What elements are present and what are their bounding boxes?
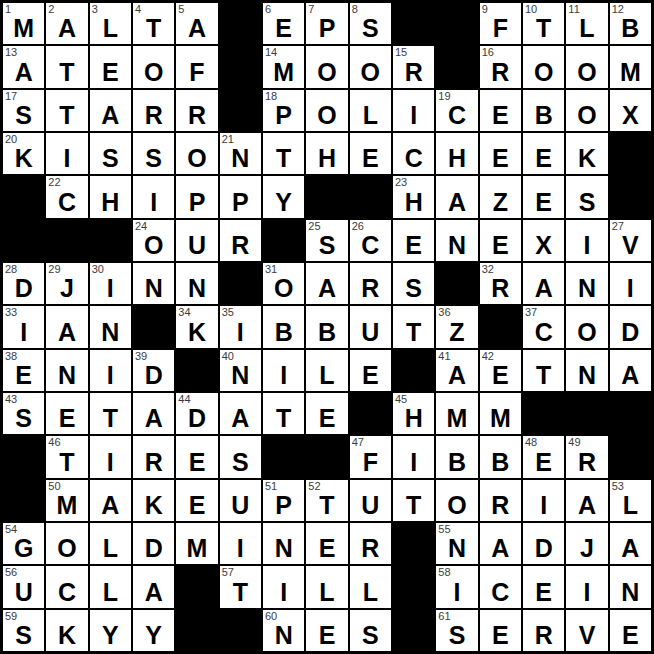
cell-letter: E: [405, 233, 422, 261]
cell-r9c9[interactable]: E: [350, 350, 391, 391]
cell-r14c15[interactable]: N: [610, 566, 651, 607]
cell-r11c2[interactable]: 46T: [46, 436, 87, 477]
cell-r10c12[interactable]: M: [480, 393, 521, 434]
clue-number: 14: [265, 46, 277, 58]
cell-letter: T: [59, 60, 74, 88]
cell-r4c11[interactable]: H: [436, 133, 477, 174]
cell-r9c7[interactable]: I: [263, 350, 304, 391]
cell-letter: C: [58, 190, 76, 218]
cell-r1c5[interactable]: 5A: [176, 3, 217, 44]
cell-r9c13[interactable]: T: [523, 350, 564, 391]
cell-r2c14[interactable]: O: [566, 46, 607, 87]
cell-r7c15[interactable]: I: [610, 263, 651, 304]
cell-r9c12[interactable]: 42E: [480, 350, 521, 391]
block-r15c10: [393, 610, 434, 651]
cell-r7c8[interactable]: A: [306, 263, 347, 304]
cell-r7c4[interactable]: N: [133, 263, 174, 304]
cell-r7c9[interactable]: R: [350, 263, 391, 304]
block-r11c8: [306, 436, 347, 477]
cell-r12c14[interactable]: A: [566, 480, 607, 521]
cell-r12c13[interactable]: I: [523, 480, 564, 521]
cell-r11c11[interactable]: B: [436, 436, 477, 477]
cell-r13c1[interactable]: 54G: [3, 523, 44, 564]
cell-r2c13[interactable]: O: [523, 46, 564, 87]
cell-r14c9[interactable]: L: [350, 566, 391, 607]
cell-letter: B: [318, 320, 336, 348]
cell-r7c10[interactable]: S: [393, 263, 434, 304]
cell-r8c8[interactable]: B: [306, 306, 347, 347]
cell-r6c12[interactable]: E: [480, 220, 521, 261]
cell-r12c2[interactable]: 50M: [46, 480, 87, 521]
clue-number: 3: [92, 3, 98, 15]
cell-r4c8[interactable]: H: [306, 133, 347, 174]
cell-r14c8[interactable]: L: [306, 566, 347, 607]
clue-number: 29: [48, 263, 60, 275]
cell-letter: E: [319, 406, 336, 434]
cell-r6c15[interactable]: 27V: [610, 220, 651, 261]
cell-r12c3[interactable]: A: [90, 480, 131, 521]
cell-r14c14[interactable]: I: [566, 566, 607, 607]
clue-number: 37: [525, 306, 537, 318]
cell-r2c3[interactable]: E: [90, 46, 131, 87]
cell-r12c7[interactable]: 51P: [263, 480, 304, 521]
cell-r2c7[interactable]: 14M: [263, 46, 304, 87]
cell-r9c4[interactable]: 39D: [133, 350, 174, 391]
cell-r13c5[interactable]: M: [176, 523, 217, 564]
cell-r6c5[interactable]: U: [176, 220, 217, 261]
cell-r4c7[interactable]: T: [263, 133, 304, 174]
cell-r3c14[interactable]: O: [566, 90, 607, 131]
cell-r9c8[interactable]: L: [306, 350, 347, 391]
cell-r8c15[interactable]: D: [610, 306, 651, 347]
cell-r7c14[interactable]: N: [566, 263, 607, 304]
cell-r13c3[interactable]: L: [90, 523, 131, 564]
clue-number: 13: [5, 46, 17, 58]
block-r6c1: [3, 220, 44, 261]
cell-r11c3[interactable]: I: [90, 436, 131, 477]
cell-r2c15[interactable]: M: [610, 46, 651, 87]
cell-r7c7[interactable]: 31O: [263, 263, 304, 304]
cell-r15c12[interactable]: E: [480, 610, 521, 651]
cell-r13c12[interactable]: A: [480, 523, 521, 564]
cell-r11c9[interactable]: 47F: [350, 436, 391, 477]
cell-r10c7[interactable]: T: [263, 393, 304, 434]
cell-r4c6[interactable]: 21N: [220, 133, 261, 174]
cell-r4c4[interactable]: S: [133, 133, 174, 174]
clue-number: 8: [352, 3, 358, 15]
cell-r9c6[interactable]: 40N: [220, 350, 261, 391]
cell-r13c15[interactable]: A: [610, 523, 651, 564]
cell-r12c10[interactable]: T: [393, 480, 434, 521]
cell-r3c7[interactable]: 18P: [263, 90, 304, 131]
cell-letter: M: [620, 60, 641, 88]
cell-r8c1[interactable]: 33I: [3, 306, 44, 347]
cell-letter: E: [492, 623, 509, 651]
cell-r2c10[interactable]: 15R: [393, 46, 434, 87]
cell-r10c6[interactable]: A: [220, 393, 261, 434]
cell-r6c13[interactable]: X: [523, 220, 564, 261]
cell-r8c6[interactable]: 35I: [220, 306, 261, 347]
cell-r1c9[interactable]: 8S: [350, 3, 391, 44]
cell-letter: I: [107, 450, 114, 478]
cell-letter: R: [361, 276, 379, 304]
clue-number: 5: [178, 3, 184, 15]
cell-r10c4[interactable]: A: [133, 393, 174, 434]
clue-number: 32: [482, 263, 494, 275]
cell-r4c12[interactable]: E: [480, 133, 521, 174]
cell-letter: A: [58, 16, 76, 44]
block-r10c14: [566, 393, 607, 434]
cell-r11c14[interactable]: 49R: [566, 436, 607, 477]
cell-letter: T: [233, 580, 248, 608]
cell-r11c12[interactable]: B: [480, 436, 521, 477]
cell-r4c5[interactable]: O: [176, 133, 217, 174]
clue-number: 25: [308, 220, 320, 232]
cell-r15c13[interactable]: R: [523, 610, 564, 651]
clue-number: 56: [5, 566, 17, 578]
cell-r3c3[interactable]: A: [90, 90, 131, 131]
cell-letter: O: [534, 60, 553, 88]
cell-r14c7[interactable]: I: [263, 566, 304, 607]
cell-letter: A: [621, 536, 639, 564]
cell-r1c3[interactable]: 3L: [90, 3, 131, 44]
cell-r5c11[interactable]: A: [436, 176, 477, 217]
cell-r4c10[interactable]: C: [393, 133, 434, 174]
cell-letter: A: [535, 276, 553, 304]
clue-number: 52: [308, 480, 320, 492]
cell-r4c14[interactable]: K: [566, 133, 607, 174]
block-r10c9: [350, 393, 391, 434]
cell-r10c10[interactable]: 45H: [393, 393, 434, 434]
cell-letter: N: [145, 276, 163, 304]
cell-r13c11[interactable]: 55N: [436, 523, 477, 564]
cell-letter: H: [405, 190, 423, 218]
cell-r1c1[interactable]: 1M: [3, 3, 44, 44]
block-r11c15: [610, 436, 651, 477]
cell-r3c15[interactable]: X: [610, 90, 651, 131]
cell-r8c11[interactable]: 36Z: [436, 306, 477, 347]
cell-r13c6[interactable]: I: [220, 523, 261, 564]
cell-r4c1[interactable]: 20K: [3, 133, 44, 174]
cell-r8c9[interactable]: U: [350, 306, 391, 347]
cell-r5c14[interactable]: S: [566, 176, 607, 217]
cell-letter: A: [448, 363, 466, 391]
cell-r1c15[interactable]: 12B: [610, 3, 651, 44]
cell-r11c4[interactable]: R: [133, 436, 174, 477]
cell-letter: I: [454, 580, 461, 608]
cell-letter: I: [64, 146, 71, 174]
clue-number: 26: [352, 220, 364, 232]
cell-r8c13[interactable]: 37C: [523, 306, 564, 347]
cell-letter: O: [361, 60, 380, 88]
cell-r9c2[interactable]: N: [46, 350, 87, 391]
cell-r8c14[interactable]: O: [566, 306, 607, 347]
cell-r12c5[interactable]: E: [176, 480, 217, 521]
cell-letter: M: [187, 536, 208, 564]
cell-letter: B: [491, 450, 509, 478]
cell-r12c4[interactable]: K: [133, 480, 174, 521]
cell-letter: H: [448, 146, 466, 174]
cell-r5c13[interactable]: E: [523, 176, 564, 217]
cell-letter: R: [188, 103, 206, 131]
cell-r2c9[interactable]: O: [350, 46, 391, 87]
cell-letter: M: [447, 406, 468, 434]
cell-r10c11[interactable]: M: [436, 393, 477, 434]
cell-letter: M: [57, 493, 78, 521]
cell-r13c4[interactable]: D: [133, 523, 174, 564]
cell-letter: P: [275, 493, 292, 521]
cell-r13c2[interactable]: O: [46, 523, 87, 564]
cell-r7c13[interactable]: A: [523, 263, 564, 304]
cell-r10c8[interactable]: E: [306, 393, 347, 434]
cell-r7c3[interactable]: 30I: [90, 263, 131, 304]
cell-r14c4[interactable]: A: [133, 566, 174, 607]
cell-r3c2[interactable]: T: [46, 90, 87, 131]
cell-letter: E: [102, 60, 119, 88]
cell-r15c9[interactable]: S: [350, 610, 391, 651]
cell-letter: E: [622, 623, 639, 651]
cell-r13c14[interactable]: J: [566, 523, 607, 564]
cell-r15c8[interactable]: E: [306, 610, 347, 651]
cell-letter: C: [535, 320, 553, 348]
cell-letter: D: [535, 536, 553, 564]
block-r1c6: [220, 3, 261, 44]
cell-r2c1[interactable]: 13A: [3, 46, 44, 87]
cell-letter: T: [536, 16, 551, 44]
clue-number: 9: [482, 3, 488, 15]
cell-r11c10[interactable]: I: [393, 436, 434, 477]
cell-r15c3[interactable]: Y: [90, 610, 131, 651]
cell-letter: E: [535, 146, 552, 174]
cell-letter: E: [189, 493, 206, 521]
clue-number: 47: [352, 436, 364, 448]
clue-number: 18: [265, 90, 277, 102]
cell-r9c3[interactable]: I: [90, 350, 131, 391]
cell-letter: N: [621, 580, 639, 608]
cell-r12c15[interactable]: 53L: [610, 480, 651, 521]
cell-r11c5[interactable]: E: [176, 436, 217, 477]
cell-r8c3[interactable]: N: [90, 306, 131, 347]
cell-letter: U: [361, 320, 379, 348]
cell-r3c13[interactable]: B: [523, 90, 564, 131]
cell-letter: L: [623, 493, 638, 521]
cell-r3c10[interactable]: I: [393, 90, 434, 131]
cell-r5c12[interactable]: Z: [480, 176, 521, 217]
cell-r6c11[interactable]: N: [436, 220, 477, 261]
cell-r6c6[interactable]: R: [220, 220, 261, 261]
cell-r10c1[interactable]: 43S: [3, 393, 44, 434]
cell-r5c7[interactable]: Y: [263, 176, 304, 217]
cell-letter: R: [491, 276, 509, 304]
cell-letter: T: [146, 16, 161, 44]
cell-r8c10[interactable]: T: [393, 306, 434, 347]
cell-r12c9[interactable]: U: [350, 480, 391, 521]
cell-letter: S: [405, 276, 422, 304]
cell-letter: I: [237, 320, 244, 348]
cell-r9c15[interactable]: A: [610, 350, 651, 391]
cell-letter: B: [448, 450, 466, 478]
cell-r3c1[interactable]: 17S: [3, 90, 44, 131]
cell-r11c13[interactable]: 48E: [523, 436, 564, 477]
cell-letter: E: [535, 450, 552, 478]
cell-r15c4[interactable]: Y: [133, 610, 174, 651]
cell-r2c8[interactable]: O: [306, 46, 347, 87]
cell-r12c12[interactable]: R: [480, 480, 521, 521]
cell-r3c5[interactable]: R: [176, 90, 217, 131]
cell-r10c5[interactable]: 44D: [176, 393, 217, 434]
block-r2c6: [220, 46, 261, 87]
cell-r3c11[interactable]: 19C: [436, 90, 477, 131]
cell-r2c5[interactable]: F: [176, 46, 217, 87]
cell-r4c3[interactable]: S: [90, 133, 131, 174]
cell-r14c13[interactable]: E: [523, 566, 564, 607]
cell-r2c4[interactable]: O: [133, 46, 174, 87]
cell-r7c12[interactable]: 32R: [480, 263, 521, 304]
cell-letter: C: [58, 580, 76, 608]
cell-r1c8[interactable]: 7P: [306, 3, 347, 44]
cell-r4c2[interactable]: I: [46, 133, 87, 174]
cell-letter: I: [20, 320, 27, 348]
cell-letter: D: [621, 320, 639, 348]
cell-r1c4[interactable]: 4T: [133, 3, 174, 44]
cell-r1c2[interactable]: 2A: [46, 3, 87, 44]
cell-letter: S: [15, 406, 32, 434]
cell-letter: P: [275, 103, 292, 131]
cell-letter: R: [578, 450, 596, 478]
cell-r15c2[interactable]: K: [46, 610, 87, 651]
cell-r15c7[interactable]: 60N: [263, 610, 304, 651]
cell-r14c1[interactable]: 56U: [3, 566, 44, 607]
block-r5c1: [3, 176, 44, 217]
cell-letter: O: [57, 536, 76, 564]
cell-letter: L: [363, 103, 378, 131]
block-r8c12: [480, 306, 521, 347]
cell-r6c14[interactable]: I: [566, 220, 607, 261]
cell-r8c7[interactable]: B: [263, 306, 304, 347]
cell-letter: C: [448, 103, 466, 131]
cell-r15c14[interactable]: V: [566, 610, 607, 651]
cell-letter: N: [101, 320, 119, 348]
cell-r14c3[interactable]: L: [90, 566, 131, 607]
cell-letter: I: [107, 363, 114, 391]
cell-r14c12[interactable]: C: [480, 566, 521, 607]
cell-r6c9[interactable]: 26C: [350, 220, 391, 261]
cell-r7c1[interactable]: 28D: [3, 263, 44, 304]
cell-r13c9[interactable]: R: [350, 523, 391, 564]
clue-number: 58: [438, 566, 450, 578]
block-r9c5: [176, 350, 217, 391]
cell-letter: K: [578, 146, 596, 174]
cell-r3c12[interactable]: E: [480, 90, 521, 131]
block-r10c15: [610, 393, 651, 434]
cell-r12c11[interactable]: O: [436, 480, 477, 521]
cell-r1c13[interactable]: 10T: [523, 3, 564, 44]
cell-r1c7[interactable]: 6E: [263, 3, 304, 44]
cell-letter: L: [319, 363, 334, 391]
cell-letter: E: [492, 146, 509, 174]
cell-r10c3[interactable]: T: [90, 393, 131, 434]
cell-r7c2[interactable]: 29J: [46, 263, 87, 304]
cell-r5c6[interactable]: P: [220, 176, 261, 217]
cell-letter: S: [319, 233, 336, 261]
cell-r11c6[interactable]: S: [220, 436, 261, 477]
cell-r15c1[interactable]: 59S: [3, 610, 44, 651]
cell-letter: I: [627, 276, 634, 304]
cell-r3c8[interactable]: O: [306, 90, 347, 131]
cell-r10c2[interactable]: E: [46, 393, 87, 434]
cell-letter: M: [490, 406, 511, 434]
cell-r4c9[interactable]: E: [350, 133, 391, 174]
cell-r3c9[interactable]: L: [350, 90, 391, 131]
cell-r9c1[interactable]: 38E: [3, 350, 44, 391]
cell-letter: E: [492, 103, 509, 131]
cell-letter: N: [578, 276, 596, 304]
clue-number: 22: [48, 176, 60, 188]
cell-r5c10[interactable]: 23H: [393, 176, 434, 217]
cell-r9c14[interactable]: N: [566, 350, 607, 391]
cell-letter: T: [406, 493, 421, 521]
cell-r4c13[interactable]: E: [523, 133, 564, 174]
cell-r5c2[interactable]: 22C: [46, 176, 87, 217]
clue-number: 7: [308, 3, 314, 15]
cell-r6c8[interactable]: 25S: [306, 220, 347, 261]
cell-letter: O: [274, 276, 293, 304]
cell-letter: B: [275, 320, 293, 348]
clue-number: 30: [92, 263, 104, 275]
cell-r8c2[interactable]: A: [46, 306, 87, 347]
cell-r8c5[interactable]: 34K: [176, 306, 217, 347]
cell-letter: S: [362, 623, 379, 651]
cell-r1c14[interactable]: 11L: [566, 3, 607, 44]
cell-r13c7[interactable]: N: [263, 523, 304, 564]
cell-r15c15[interactable]: E: [610, 610, 651, 651]
cell-r5c4[interactable]: I: [133, 176, 174, 217]
cell-r2c2[interactable]: T: [46, 46, 87, 87]
cell-r14c6[interactable]: 57T: [220, 566, 261, 607]
clue-number: 53: [612, 480, 624, 492]
cell-letter: I: [584, 233, 591, 261]
cell-r7c5[interactable]: N: [176, 263, 217, 304]
cell-letter: N: [231, 363, 249, 391]
cell-letter: I: [584, 580, 591, 608]
cell-r6c4[interactable]: 24O: [133, 220, 174, 261]
crossword-grid: 1M2A3L4T5A6E7P8S9F10T11L12B13ATEOF14MOO1…: [0, 0, 654, 654]
cell-r15c11[interactable]: 61S: [436, 610, 477, 651]
cell-r5c5[interactable]: P: [176, 176, 217, 217]
cell-r9c11[interactable]: 41A: [436, 350, 477, 391]
cell-r12c6[interactable]: U: [220, 480, 261, 521]
cell-letter: U: [361, 493, 379, 521]
cell-r14c2[interactable]: C: [46, 566, 87, 607]
cell-r6c10[interactable]: E: [393, 220, 434, 261]
cell-r13c8[interactable]: E: [306, 523, 347, 564]
cell-r3c4[interactable]: R: [133, 90, 174, 131]
clue-number: 2: [48, 3, 54, 15]
cell-r2c12[interactable]: 16R: [480, 46, 521, 87]
cell-r5c3[interactable]: H: [90, 176, 131, 217]
cell-r14c11[interactable]: 58I: [436, 566, 477, 607]
cell-letter: X: [622, 103, 639, 131]
cell-letter: S: [232, 450, 249, 478]
block-r2c11: [436, 46, 477, 87]
cell-letter: I: [280, 580, 287, 608]
cell-r1c12[interactable]: 9F: [480, 3, 521, 44]
block-r4c15: [610, 133, 651, 174]
cell-letter: A: [231, 406, 249, 434]
cell-letter: A: [318, 276, 336, 304]
cell-r13c13[interactable]: D: [523, 523, 564, 564]
cell-r12c8[interactable]: 52T: [306, 480, 347, 521]
